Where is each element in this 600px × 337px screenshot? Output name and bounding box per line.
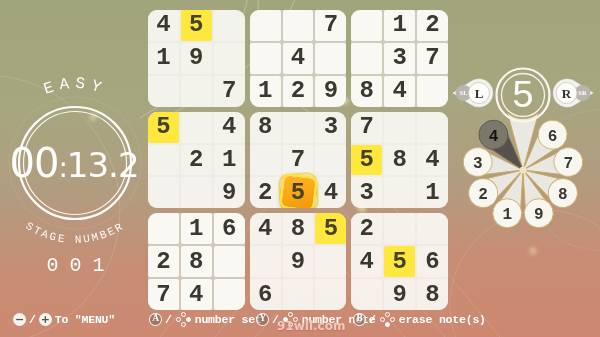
- cell-value: 3: [324, 115, 338, 139]
- cell-r4c1[interactable]: 5: [148, 112, 179, 143]
- cell-r3c1[interactable]: [148, 76, 179, 107]
- cell-value: 4: [392, 79, 406, 103]
- wheel-number-8: 8: [558, 186, 568, 204]
- cell-value: 9: [324, 79, 338, 103]
- cell-r1c2[interactable]: 5: [181, 10, 212, 41]
- cell-r2c2[interactable]: 9: [181, 43, 212, 74]
- cell-r3c6[interactable]: 9: [315, 76, 346, 107]
- cell-value: 5: [392, 250, 406, 274]
- cell-value: 5: [291, 181, 305, 205]
- cell-value: 1: [258, 79, 272, 103]
- cell-r5c8[interactable]: 8: [384, 145, 415, 176]
- cell-r3c2[interactable]: [181, 76, 212, 107]
- cell-r6c8[interactable]: [384, 177, 415, 208]
- cell-value: 2: [189, 148, 203, 172]
- cell-value: 6: [425, 250, 439, 274]
- cell-r9c8[interactable]: 9: [384, 279, 415, 310]
- cell-value: 9: [291, 250, 305, 274]
- cell-r5c5[interactable]: 7: [283, 145, 314, 176]
- cell-r4c7[interactable]: 7: [351, 112, 382, 143]
- cell-value: 7: [156, 283, 170, 307]
- cell-r5c7[interactable]: 5: [351, 145, 382, 176]
- menu-hint: −/+ To "MENU": [13, 311, 115, 327]
- cell-r7c7[interactable]: 2: [351, 213, 382, 244]
- right-bumper-button[interactable]: SR R: [553, 79, 594, 108]
- cell-r3c3[interactable]: 7: [214, 76, 245, 107]
- cell-r1c4[interactable]: [250, 10, 281, 41]
- cell-value: 2: [360, 217, 374, 241]
- cell-value: 7: [222, 79, 236, 103]
- svg-text:SL: SL: [460, 89, 469, 96]
- cell-value: 8: [392, 148, 406, 172]
- cell-r7c8[interactable]: [384, 213, 415, 244]
- left-bumper-button[interactable]: SL L: [452, 79, 493, 108]
- cell-r6c5[interactable]: 5: [283, 177, 314, 208]
- cell-r8c2[interactable]: 8: [181, 246, 212, 277]
- cell-value: 2: [425, 13, 439, 37]
- wheel-number-2: 2: [478, 186, 488, 204]
- cell-r9c7[interactable]: [351, 279, 382, 310]
- y-button-icon: Y: [256, 313, 269, 326]
- cell-r6c4[interactable]: 2: [250, 177, 281, 208]
- svg-text:L: L: [475, 86, 484, 101]
- cell-value: 5: [360, 148, 374, 172]
- box-5: 837254: [250, 112, 347, 209]
- cell-r1c1[interactable]: 4: [148, 10, 179, 41]
- cell-value: 6: [222, 217, 236, 241]
- wheel-number-1: 1: [502, 206, 512, 224]
- cell-r8c5[interactable]: 9: [283, 246, 314, 277]
- cell-r8c4[interactable]: [250, 246, 281, 277]
- stage-number-label: STAGE NUMBER: [23, 220, 126, 246]
- cell-value: 4: [222, 115, 236, 139]
- cell-value: 4: [360, 250, 374, 274]
- cell-value: 6: [258, 283, 272, 307]
- hint-b-cluster: [380, 312, 395, 327]
- cell-value: 3: [360, 181, 374, 205]
- number-wheel: 67891234 5 SL L SR R: [438, 57, 600, 235]
- cell-r8c1[interactable]: 2: [148, 246, 179, 277]
- cell-r2c8[interactable]: 3: [384, 43, 415, 74]
- cell-value: 8: [189, 250, 203, 274]
- plus-button-icon: +: [39, 313, 52, 326]
- cell-value: 2: [258, 181, 272, 205]
- svg-text:SR: SR: [578, 89, 587, 96]
- cell-r5c6[interactable]: [315, 145, 346, 176]
- cell-r3c7[interactable]: 8: [351, 76, 382, 107]
- cell-r2c6[interactable]: [315, 43, 346, 74]
- cell-value: 5: [156, 115, 170, 139]
- cell-r3c5[interactable]: 2: [283, 76, 314, 107]
- wheel-number-6: 6: [548, 128, 558, 146]
- erase-notes-hint: B/ erase note(s): [353, 311, 486, 327]
- svg-text:R: R: [562, 86, 572, 101]
- erase-notes-label: erase note(s): [399, 313, 486, 326]
- cell-r2c7[interactable]: [351, 43, 382, 74]
- timer-display: 00:13.2: [9, 140, 138, 186]
- selected-number-display: 5: [512, 75, 535, 118]
- cell-r8c9[interactable]: 6: [417, 246, 448, 277]
- cell-r7c5[interactable]: 8: [283, 213, 314, 244]
- cell-value: 4: [258, 217, 272, 241]
- cell-value: 2: [156, 250, 170, 274]
- cell-r5c3[interactable]: 1: [214, 145, 245, 176]
- difficulty-label: EASY: [41, 75, 108, 99]
- cell-r6c7[interactable]: 3: [351, 177, 382, 208]
- cell-r9c1[interactable]: 7: [148, 279, 179, 310]
- box-1: 45197: [148, 10, 245, 107]
- cell-r2c1[interactable]: 1: [148, 43, 179, 74]
- wheel-center-dot: [520, 167, 527, 174]
- cell-r2c3[interactable]: [214, 43, 245, 74]
- menu-hint-label: To "MENU": [55, 313, 115, 326]
- cell-value: 7: [360, 115, 374, 139]
- cell-r7c2[interactable]: 1: [181, 213, 212, 244]
- cell-r3c4[interactable]: 1: [250, 76, 281, 107]
- cell-r1c7[interactable]: [351, 10, 382, 41]
- cell-r4c8[interactable]: [384, 112, 415, 143]
- cell-r4c5[interactable]: [283, 112, 314, 143]
- cell-value: 1: [189, 217, 203, 241]
- cell-value: 8: [425, 283, 439, 307]
- wheel-number-7: 7: [563, 155, 573, 173]
- cell-r4c4[interactable]: 8: [250, 112, 281, 143]
- cell-r9c9[interactable]: 8: [417, 279, 448, 310]
- wheel-number-9: 9: [534, 206, 544, 224]
- cell-value: 5: [189, 13, 203, 37]
- cell-r9c3[interactable]: [214, 279, 245, 310]
- cell-r7c3[interactable]: 6: [214, 213, 245, 244]
- cell-r6c1[interactable]: [148, 177, 179, 208]
- box-7: 162874: [148, 213, 245, 310]
- cell-r5c1[interactable]: [148, 145, 179, 176]
- cell-value: 2: [291, 79, 305, 103]
- number-set-hint: A/ number set: [149, 311, 262, 327]
- cell-r4c6[interactable]: 3: [315, 112, 346, 143]
- cell-value: 8: [360, 79, 374, 103]
- box-2: 74129: [250, 10, 347, 107]
- cell-r7c4[interactable]: 4: [250, 213, 281, 244]
- cell-value: 4: [156, 13, 170, 37]
- cell-r2c5[interactable]: 4: [283, 43, 314, 74]
- hint-a-cluster: [176, 312, 191, 327]
- cell-value: 5: [324, 217, 338, 241]
- cell-value: 9: [392, 283, 406, 307]
- cell-r8c8[interactable]: 5: [384, 246, 415, 277]
- cell-value: 7: [324, 13, 338, 37]
- cell-r9c5[interactable]: [283, 279, 314, 310]
- box-4: 54219: [148, 112, 245, 209]
- cell-r8c7[interactable]: 4: [351, 246, 382, 277]
- cell-value: 1: [156, 46, 170, 70]
- box-6: 758431: [351, 112, 448, 209]
- cell-value: 1: [222, 148, 236, 172]
- wheel-number-3: 3: [473, 155, 483, 173]
- a-button-icon: A: [149, 313, 162, 326]
- box-8: 48596: [250, 213, 347, 310]
- cell-r1c6[interactable]: 7: [315, 10, 346, 41]
- cell-value: 4: [189, 283, 203, 307]
- cell-value: 4: [291, 46, 305, 70]
- cell-value: 9: [189, 46, 203, 70]
- sudoku-grid: 4519774129123784542198372547584311628744…: [148, 10, 448, 310]
- game-screen: EASY 00:13.2 STAGE NUMBER 001 4519774129…: [0, 0, 600, 337]
- info-panel: EASY 00:13.2 STAGE NUMBER 001: [0, 0, 150, 337]
- cell-r7c1[interactable]: [148, 213, 179, 244]
- cell-r1c5[interactable]: [283, 10, 314, 41]
- box-9: 245698: [351, 213, 448, 310]
- stage-number-value: 001: [46, 254, 115, 277]
- cell-value: 7: [291, 148, 305, 172]
- cell-value: 1: [392, 13, 406, 37]
- cell-r9c4[interactable]: 6: [250, 279, 281, 310]
- cell-r7c6[interactable]: 5: [315, 213, 346, 244]
- cell-r9c2[interactable]: 4: [181, 279, 212, 310]
- number-set-label: number set: [195, 313, 262, 326]
- watermark: 91wii.com: [277, 319, 345, 333]
- cell-r1c8[interactable]: 1: [384, 10, 415, 41]
- b-button-icon: B: [353, 313, 366, 326]
- cell-r8c6[interactable]: [315, 246, 346, 277]
- cell-r6c2[interactable]: [181, 177, 212, 208]
- cell-value: 9: [222, 181, 236, 205]
- minus-button-icon: −: [13, 313, 26, 326]
- wheel-number-4: 4: [489, 128, 499, 146]
- cell-r6c3[interactable]: 9: [214, 177, 245, 208]
- cell-value: 3: [392, 46, 406, 70]
- cell-r3c8[interactable]: 4: [384, 76, 415, 107]
- cell-r2c4[interactable]: [250, 43, 281, 74]
- box-3: 123784: [351, 10, 448, 107]
- cell-r1c3[interactable]: [214, 10, 245, 41]
- cell-r8c3[interactable]: [214, 246, 245, 277]
- cell-r1c9[interactable]: 2: [417, 10, 448, 41]
- cell-r4c2[interactable]: [181, 112, 212, 143]
- cell-r5c2[interactable]: 2: [181, 145, 212, 176]
- cell-value: 4: [324, 181, 338, 205]
- cell-r4c3[interactable]: 4: [214, 112, 245, 143]
- cell-r6c6[interactable]: 4: [315, 177, 346, 208]
- cell-value: 8: [291, 217, 305, 241]
- cell-r9c6[interactable]: [315, 279, 346, 310]
- cell-value: 8: [258, 115, 272, 139]
- cell-r5c4[interactable]: [250, 145, 281, 176]
